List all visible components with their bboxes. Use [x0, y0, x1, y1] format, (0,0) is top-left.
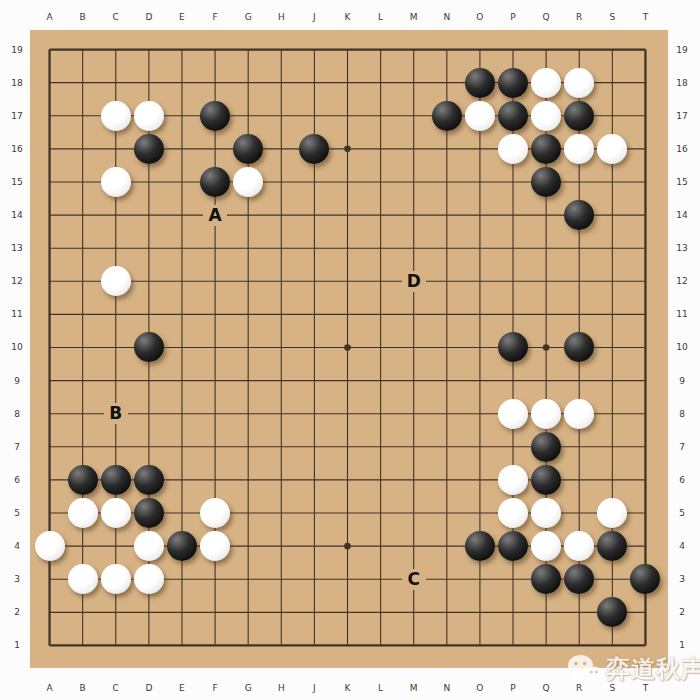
intersection-s7[interactable] — [596, 430, 629, 463]
intersection-l16[interactable] — [364, 132, 397, 165]
intersection-n3[interactable] — [430, 563, 463, 596]
intersection-l4[interactable] — [364, 530, 397, 563]
intersection-b3[interactable] — [66, 563, 99, 596]
intersection-o11[interactable] — [463, 298, 496, 331]
intersection-k11[interactable] — [331, 298, 364, 331]
intersection-j5[interactable] — [298, 496, 331, 529]
intersection-p3[interactable] — [496, 563, 529, 596]
intersection-r6[interactable] — [563, 463, 596, 496]
intersection-b12[interactable] — [66, 265, 99, 298]
intersection-b18[interactable] — [66, 66, 99, 99]
intersection-s17[interactable] — [596, 99, 629, 132]
intersection-f11[interactable] — [199, 298, 232, 331]
intersection-f8[interactable] — [199, 397, 232, 430]
intersection-a5[interactable] — [33, 496, 66, 529]
intersection-s10[interactable] — [596, 331, 629, 364]
intersection-d11[interactable] — [132, 298, 165, 331]
intersection-r15[interactable] — [563, 165, 596, 198]
intersection-d17[interactable] — [132, 99, 165, 132]
intersection-s8[interactable] — [596, 397, 629, 430]
intersection-g1[interactable] — [232, 629, 265, 662]
intersection-k2[interactable] — [331, 596, 364, 629]
intersection-d15[interactable] — [132, 165, 165, 198]
intersection-d7[interactable] — [132, 430, 165, 463]
intersection-c6[interactable] — [99, 463, 132, 496]
intersection-e13[interactable] — [165, 232, 198, 265]
intersection-b17[interactable] — [66, 99, 99, 132]
intersection-b16[interactable] — [66, 132, 99, 165]
intersection-f5[interactable] — [199, 496, 232, 529]
intersection-g2[interactable] — [232, 596, 265, 629]
intersection-t14[interactable] — [629, 199, 662, 232]
intersection-s19[interactable] — [596, 33, 629, 66]
intersection-l13[interactable] — [364, 232, 397, 265]
intersection-d16[interactable] — [132, 132, 165, 165]
intersection-q2[interactable] — [530, 596, 563, 629]
intersection-m19[interactable] — [397, 33, 430, 66]
intersection-e1[interactable] — [165, 629, 198, 662]
intersection-s16[interactable] — [596, 132, 629, 165]
intersection-l15[interactable] — [364, 165, 397, 198]
intersection-f4[interactable] — [199, 530, 232, 563]
intersection-k7[interactable] — [331, 430, 364, 463]
intersection-r3[interactable] — [563, 563, 596, 596]
intersection-p18[interactable] — [496, 66, 529, 99]
intersection-e10[interactable] — [165, 331, 198, 364]
intersection-n18[interactable] — [430, 66, 463, 99]
intersection-m11[interactable] — [397, 298, 430, 331]
intersection-c9[interactable] — [99, 364, 132, 397]
intersection-j4[interactable] — [298, 530, 331, 563]
intersection-o8[interactable] — [463, 397, 496, 430]
intersection-l7[interactable] — [364, 430, 397, 463]
intersection-k6[interactable] — [331, 463, 364, 496]
intersection-t6[interactable] — [629, 463, 662, 496]
intersection-d2[interactable] — [132, 596, 165, 629]
intersection-h1[interactable] — [265, 629, 298, 662]
intersection-n2[interactable] — [430, 596, 463, 629]
intersection-q10[interactable] — [530, 331, 563, 364]
intersection-p19[interactable] — [496, 33, 529, 66]
intersection-c5[interactable] — [99, 496, 132, 529]
intersection-t12[interactable] — [629, 265, 662, 298]
intersection-m10[interactable] — [397, 331, 430, 364]
intersection-j19[interactable] — [298, 33, 331, 66]
intersection-f2[interactable] — [199, 596, 232, 629]
intersection-h4[interactable] — [265, 530, 298, 563]
intersection-n12[interactable] — [430, 265, 463, 298]
intersection-h2[interactable] — [265, 596, 298, 629]
intersection-h12[interactable] — [265, 265, 298, 298]
intersection-a12[interactable] — [33, 265, 66, 298]
intersection-t7[interactable] — [629, 430, 662, 463]
intersection-g19[interactable] — [232, 33, 265, 66]
intersection-e8[interactable] — [165, 397, 198, 430]
intersection-a8[interactable] — [33, 397, 66, 430]
intersection-l12[interactable] — [364, 265, 397, 298]
intersection-b2[interactable] — [66, 596, 99, 629]
intersection-b1[interactable] — [66, 629, 99, 662]
intersection-a1[interactable] — [33, 629, 66, 662]
intersection-b6[interactable] — [66, 463, 99, 496]
intersection-k8[interactable] — [331, 397, 364, 430]
intersection-c8[interactable]: B — [99, 397, 132, 430]
intersection-m14[interactable] — [397, 199, 430, 232]
intersection-e6[interactable] — [165, 463, 198, 496]
intersection-r5[interactable] — [563, 496, 596, 529]
intersection-m1[interactable] — [397, 629, 430, 662]
intersection-f16[interactable] — [199, 132, 232, 165]
intersection-a13[interactable] — [33, 232, 66, 265]
intersection-n8[interactable] — [430, 397, 463, 430]
intersection-a4[interactable] — [33, 530, 66, 563]
intersection-q3[interactable] — [530, 563, 563, 596]
intersection-k14[interactable] — [331, 199, 364, 232]
intersection-k12[interactable] — [331, 265, 364, 298]
intersection-e3[interactable] — [165, 563, 198, 596]
intersection-p4[interactable] — [496, 530, 529, 563]
intersection-k1[interactable] — [331, 629, 364, 662]
intersection-b11[interactable] — [66, 298, 99, 331]
intersection-m12[interactable]: D — [397, 265, 430, 298]
intersection-t5[interactable] — [629, 496, 662, 529]
intersection-o1[interactable] — [463, 629, 496, 662]
intersection-t9[interactable] — [629, 364, 662, 397]
intersection-j15[interactable] — [298, 165, 331, 198]
intersection-p8[interactable] — [496, 397, 529, 430]
intersection-f18[interactable] — [199, 66, 232, 99]
intersection-p9[interactable] — [496, 364, 529, 397]
intersection-c11[interactable] — [99, 298, 132, 331]
intersection-o12[interactable] — [463, 265, 496, 298]
intersection-p17[interactable] — [496, 99, 529, 132]
intersection-c17[interactable] — [99, 99, 132, 132]
intersection-n19[interactable] — [430, 33, 463, 66]
intersection-e11[interactable] — [165, 298, 198, 331]
intersection-h15[interactable] — [265, 165, 298, 198]
intersection-b7[interactable] — [66, 430, 99, 463]
intersection-j8[interactable] — [298, 397, 331, 430]
intersection-o18[interactable] — [463, 66, 496, 99]
intersection-s15[interactable] — [596, 165, 629, 198]
intersection-j1[interactable] — [298, 629, 331, 662]
intersection-h6[interactable] — [265, 463, 298, 496]
intersection-s9[interactable] — [596, 364, 629, 397]
intersection-n11[interactable] — [430, 298, 463, 331]
intersection-h14[interactable] — [265, 199, 298, 232]
intersection-e9[interactable] — [165, 364, 198, 397]
intersection-s4[interactable] — [596, 530, 629, 563]
intersection-n10[interactable] — [430, 331, 463, 364]
intersection-q17[interactable] — [530, 99, 563, 132]
intersection-h8[interactable] — [265, 397, 298, 430]
intersection-t11[interactable] — [629, 298, 662, 331]
intersection-o10[interactable] — [463, 331, 496, 364]
intersection-o9[interactable] — [463, 364, 496, 397]
intersection-g18[interactable] — [232, 66, 265, 99]
intersection-g7[interactable] — [232, 430, 265, 463]
intersection-f6[interactable] — [199, 463, 232, 496]
intersection-t19[interactable] — [629, 33, 662, 66]
intersection-r2[interactable] — [563, 596, 596, 629]
intersection-m5[interactable] — [397, 496, 430, 529]
intersection-l9[interactable] — [364, 364, 397, 397]
intersection-n1[interactable] — [430, 629, 463, 662]
intersection-b4[interactable] — [66, 530, 99, 563]
intersection-a2[interactable] — [33, 596, 66, 629]
intersection-h10[interactable] — [265, 331, 298, 364]
intersection-f15[interactable] — [199, 165, 232, 198]
intersection-d1[interactable] — [132, 629, 165, 662]
intersection-g5[interactable] — [232, 496, 265, 529]
intersection-q11[interactable] — [530, 298, 563, 331]
intersection-g9[interactable] — [232, 364, 265, 397]
intersection-h5[interactable] — [265, 496, 298, 529]
intersection-f19[interactable] — [199, 33, 232, 66]
intersection-p15[interactable] — [496, 165, 529, 198]
intersection-q19[interactable] — [530, 33, 563, 66]
intersection-h16[interactable] — [265, 132, 298, 165]
intersection-l8[interactable] — [364, 397, 397, 430]
intersection-l10[interactable] — [364, 331, 397, 364]
intersection-j10[interactable] — [298, 331, 331, 364]
intersection-r11[interactable] — [563, 298, 596, 331]
intersection-q15[interactable] — [530, 165, 563, 198]
intersection-o13[interactable] — [463, 232, 496, 265]
intersection-j17[interactable] — [298, 99, 331, 132]
intersection-h3[interactable] — [265, 563, 298, 596]
intersection-d18[interactable] — [132, 66, 165, 99]
intersection-q18[interactable] — [530, 66, 563, 99]
intersection-g17[interactable] — [232, 99, 265, 132]
intersection-a14[interactable] — [33, 199, 66, 232]
intersection-k9[interactable] — [331, 364, 364, 397]
intersection-p12[interactable] — [496, 265, 529, 298]
intersection-p7[interactable] — [496, 430, 529, 463]
intersection-p14[interactable] — [496, 199, 529, 232]
intersection-d6[interactable] — [132, 463, 165, 496]
intersection-c16[interactable] — [99, 132, 132, 165]
intersection-j11[interactable] — [298, 298, 331, 331]
intersection-h18[interactable] — [265, 66, 298, 99]
intersection-l11[interactable] — [364, 298, 397, 331]
intersection-p10[interactable] — [496, 331, 529, 364]
intersection-e7[interactable] — [165, 430, 198, 463]
intersection-c4[interactable] — [99, 530, 132, 563]
intersection-e5[interactable] — [165, 496, 198, 529]
intersection-h7[interactable] — [265, 430, 298, 463]
intersection-q6[interactable] — [530, 463, 563, 496]
intersection-m13[interactable] — [397, 232, 430, 265]
intersection-t2[interactable] — [629, 596, 662, 629]
intersection-j3[interactable] — [298, 563, 331, 596]
intersection-l19[interactable] — [364, 33, 397, 66]
intersection-d5[interactable] — [132, 496, 165, 529]
intersection-l17[interactable] — [364, 99, 397, 132]
intersection-n6[interactable] — [430, 463, 463, 496]
intersection-t16[interactable] — [629, 132, 662, 165]
intersection-n13[interactable] — [430, 232, 463, 265]
intersection-j9[interactable] — [298, 364, 331, 397]
intersection-h17[interactable] — [265, 99, 298, 132]
intersection-j14[interactable] — [298, 199, 331, 232]
intersection-p11[interactable] — [496, 298, 529, 331]
intersection-e19[interactable] — [165, 33, 198, 66]
intersection-r19[interactable] — [563, 33, 596, 66]
intersection-p5[interactable] — [496, 496, 529, 529]
intersection-b13[interactable] — [66, 232, 99, 265]
intersection-e17[interactable] — [165, 99, 198, 132]
intersection-g16[interactable] — [232, 132, 265, 165]
intersection-s11[interactable] — [596, 298, 629, 331]
intersection-o7[interactable] — [463, 430, 496, 463]
intersection-k17[interactable] — [331, 99, 364, 132]
intersection-q7[interactable] — [530, 430, 563, 463]
intersection-g3[interactable] — [232, 563, 265, 596]
intersection-j2[interactable] — [298, 596, 331, 629]
intersection-f12[interactable] — [199, 265, 232, 298]
intersection-o14[interactable] — [463, 199, 496, 232]
intersection-c19[interactable] — [99, 33, 132, 66]
intersection-d12[interactable] — [132, 265, 165, 298]
intersection-t17[interactable] — [629, 99, 662, 132]
intersection-o17[interactable] — [463, 99, 496, 132]
intersection-k15[interactable] — [331, 165, 364, 198]
intersection-o19[interactable] — [463, 33, 496, 66]
intersection-d3[interactable] — [132, 563, 165, 596]
intersection-d10[interactable] — [132, 331, 165, 364]
intersection-l2[interactable] — [364, 596, 397, 629]
intersection-g8[interactable] — [232, 397, 265, 430]
intersection-m17[interactable] — [397, 99, 430, 132]
intersection-c12[interactable] — [99, 265, 132, 298]
intersection-f7[interactable] — [199, 430, 232, 463]
intersection-l3[interactable] — [364, 563, 397, 596]
intersection-r9[interactable] — [563, 364, 596, 397]
intersection-g15[interactable] — [232, 165, 265, 198]
intersection-j13[interactable] — [298, 232, 331, 265]
intersection-n16[interactable] — [430, 132, 463, 165]
intersection-q12[interactable] — [530, 265, 563, 298]
intersection-r16[interactable] — [563, 132, 596, 165]
intersection-f17[interactable] — [199, 99, 232, 132]
intersection-g4[interactable] — [232, 530, 265, 563]
intersection-t4[interactable] — [629, 530, 662, 563]
intersection-h9[interactable] — [265, 364, 298, 397]
intersection-a16[interactable] — [33, 132, 66, 165]
intersection-f1[interactable] — [199, 629, 232, 662]
intersection-m9[interactable] — [397, 364, 430, 397]
intersection-a18[interactable] — [33, 66, 66, 99]
intersection-n5[interactable] — [430, 496, 463, 529]
intersection-r7[interactable] — [563, 430, 596, 463]
intersection-a3[interactable] — [33, 563, 66, 596]
intersection-f9[interactable] — [199, 364, 232, 397]
intersection-o15[interactable] — [463, 165, 496, 198]
intersection-r10[interactable] — [563, 331, 596, 364]
intersection-c18[interactable] — [99, 66, 132, 99]
intersection-j18[interactable] — [298, 66, 331, 99]
intersection-s3[interactable] — [596, 563, 629, 596]
intersection-e16[interactable] — [165, 132, 198, 165]
intersection-f10[interactable] — [199, 331, 232, 364]
intersection-a17[interactable] — [33, 99, 66, 132]
intersection-f13[interactable] — [199, 232, 232, 265]
intersection-m3[interactable]: C — [397, 563, 430, 596]
intersection-c1[interactable] — [99, 629, 132, 662]
intersection-r14[interactable] — [563, 199, 596, 232]
intersection-o5[interactable] — [463, 496, 496, 529]
intersection-j7[interactable] — [298, 430, 331, 463]
intersection-q4[interactable] — [530, 530, 563, 563]
intersection-c15[interactable] — [99, 165, 132, 198]
intersection-o16[interactable] — [463, 132, 496, 165]
intersection-l6[interactable] — [364, 463, 397, 496]
intersection-m8[interactable] — [397, 397, 430, 430]
intersection-g12[interactable] — [232, 265, 265, 298]
intersection-o4[interactable] — [463, 530, 496, 563]
intersection-s14[interactable] — [596, 199, 629, 232]
intersection-k19[interactable] — [331, 33, 364, 66]
intersection-g14[interactable] — [232, 199, 265, 232]
intersection-s2[interactable] — [596, 596, 629, 629]
intersection-a11[interactable] — [33, 298, 66, 331]
intersection-n14[interactable] — [430, 199, 463, 232]
intersection-b15[interactable] — [66, 165, 99, 198]
intersection-d9[interactable] — [132, 364, 165, 397]
intersection-q14[interactable] — [530, 199, 563, 232]
intersection-k16[interactable] — [331, 132, 364, 165]
intersection-c14[interactable] — [99, 199, 132, 232]
intersection-c2[interactable] — [99, 596, 132, 629]
intersection-n15[interactable] — [430, 165, 463, 198]
intersection-m2[interactable] — [397, 596, 430, 629]
intersection-a15[interactable] — [33, 165, 66, 198]
intersection-t18[interactable] — [629, 66, 662, 99]
intersection-b10[interactable] — [66, 331, 99, 364]
intersection-f14[interactable]: A — [199, 199, 232, 232]
intersection-e2[interactable] — [165, 596, 198, 629]
intersection-d4[interactable] — [132, 530, 165, 563]
intersection-k4[interactable] — [331, 530, 364, 563]
intersection-d14[interactable] — [132, 199, 165, 232]
intersection-a6[interactable] — [33, 463, 66, 496]
intersection-n4[interactable] — [430, 530, 463, 563]
intersection-p2[interactable] — [496, 596, 529, 629]
intersection-t8[interactable] — [629, 397, 662, 430]
intersection-g13[interactable] — [232, 232, 265, 265]
intersection-c7[interactable] — [99, 430, 132, 463]
intersection-l18[interactable] — [364, 66, 397, 99]
intersection-m6[interactable] — [397, 463, 430, 496]
intersection-t10[interactable] — [629, 331, 662, 364]
intersection-e12[interactable] — [165, 265, 198, 298]
intersection-r8[interactable] — [563, 397, 596, 430]
intersection-j16[interactable] — [298, 132, 331, 165]
intersection-s5[interactable] — [596, 496, 629, 529]
intersection-d8[interactable] — [132, 397, 165, 430]
intersection-r12[interactable] — [563, 265, 596, 298]
intersection-n17[interactable] — [430, 99, 463, 132]
intersection-g6[interactable] — [232, 463, 265, 496]
intersection-d13[interactable] — [132, 232, 165, 265]
intersection-m16[interactable] — [397, 132, 430, 165]
intersection-o2[interactable] — [463, 596, 496, 629]
intersection-a9[interactable] — [33, 364, 66, 397]
intersection-f3[interactable] — [199, 563, 232, 596]
intersection-k18[interactable] — [331, 66, 364, 99]
intersection-b19[interactable] — [66, 33, 99, 66]
